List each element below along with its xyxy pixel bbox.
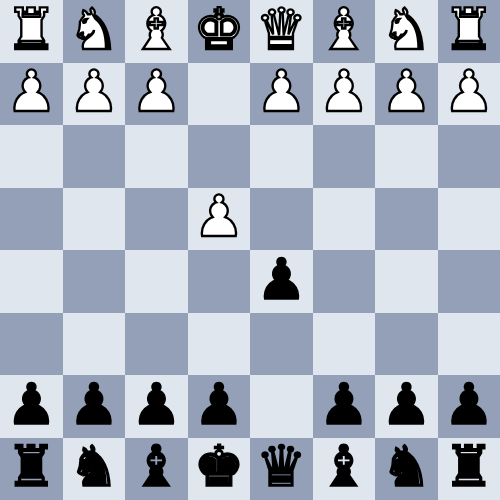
square-h6[interactable] xyxy=(0,313,63,376)
square-e5[interactable] xyxy=(188,250,251,313)
square-h4[interactable] xyxy=(0,188,63,251)
white-king: ♚ xyxy=(193,1,244,58)
black-rook: ♜ xyxy=(443,438,494,495)
square-a1[interactable]: ♜ xyxy=(438,0,500,63)
black-pawn: ♟ xyxy=(131,376,182,433)
square-e2[interactable] xyxy=(188,63,251,126)
square-d4[interactable] xyxy=(250,188,313,251)
white-pawn: ♟ xyxy=(318,63,369,120)
square-h1[interactable]: ♜ xyxy=(0,0,63,63)
square-f6[interactable] xyxy=(125,313,188,376)
square-a3[interactable] xyxy=(438,125,500,188)
square-f2[interactable]: ♟ xyxy=(125,63,188,126)
square-a7[interactable]: ♟ xyxy=(438,375,500,438)
square-a2[interactable]: ♟ xyxy=(438,63,500,126)
square-h8[interactable]: ♜ xyxy=(0,438,63,500)
black-bishop: ♝ xyxy=(318,438,369,495)
square-b7[interactable]: ♟ xyxy=(375,375,438,438)
square-f7[interactable]: ♟ xyxy=(125,375,188,438)
square-e3[interactable] xyxy=(188,125,251,188)
square-g7[interactable]: ♟ xyxy=(63,375,126,438)
white-rook: ♜ xyxy=(6,1,57,58)
square-e7[interactable]: ♟ xyxy=(188,375,251,438)
square-c4[interactable] xyxy=(313,188,376,251)
square-e6[interactable] xyxy=(188,313,251,376)
black-pawn: ♟ xyxy=(6,376,57,433)
black-rook: ♜ xyxy=(6,438,57,495)
white-pawn: ♟ xyxy=(193,188,244,245)
square-c2[interactable]: ♟ xyxy=(313,63,376,126)
black-pawn: ♟ xyxy=(318,376,369,433)
square-b6[interactable] xyxy=(375,313,438,376)
black-knight: ♞ xyxy=(68,438,119,495)
square-b1[interactable]: ♞ xyxy=(375,0,438,63)
white-knight: ♞ xyxy=(68,1,119,58)
square-f3[interactable] xyxy=(125,125,188,188)
black-bishop: ♝ xyxy=(131,438,182,495)
square-h7[interactable]: ♟ xyxy=(0,375,63,438)
black-knight: ♞ xyxy=(381,438,432,495)
white-pawn: ♟ xyxy=(256,63,307,120)
white-queen: ♛ xyxy=(256,1,307,58)
square-b8[interactable]: ♞ xyxy=(375,438,438,500)
white-pawn: ♟ xyxy=(131,63,182,120)
square-h3[interactable] xyxy=(0,125,63,188)
square-b2[interactable]: ♟ xyxy=(375,63,438,126)
black-king: ♚ xyxy=(193,438,244,495)
square-c1[interactable]: ♝ xyxy=(313,0,376,63)
white-rook: ♜ xyxy=(443,1,494,58)
square-c7[interactable]: ♟ xyxy=(313,375,376,438)
black-pawn: ♟ xyxy=(381,376,432,433)
square-g5[interactable] xyxy=(63,250,126,313)
square-b4[interactable] xyxy=(375,188,438,251)
square-a8[interactable]: ♜ xyxy=(438,438,500,500)
square-d3[interactable] xyxy=(250,125,313,188)
white-pawn: ♟ xyxy=(6,63,57,120)
square-c8[interactable]: ♝ xyxy=(313,438,376,500)
square-c6[interactable] xyxy=(313,313,376,376)
chess-board: ♜♞♝♚♛♝♞♜♟♟♟♟♟♟♟♟♟♟♟♟♟♟♟♟♜♞♝♚♛♝♞♜ xyxy=(0,0,500,500)
square-e1[interactable]: ♚ xyxy=(188,0,251,63)
square-g6[interactable] xyxy=(63,313,126,376)
black-pawn: ♟ xyxy=(68,376,119,433)
white-pawn: ♟ xyxy=(68,63,119,120)
square-b3[interactable] xyxy=(375,125,438,188)
square-f8[interactable]: ♝ xyxy=(125,438,188,500)
square-d2[interactable]: ♟ xyxy=(250,63,313,126)
square-g4[interactable] xyxy=(63,188,126,251)
square-h5[interactable] xyxy=(0,250,63,313)
square-e8[interactable]: ♚ xyxy=(188,438,251,500)
square-f4[interactable] xyxy=(125,188,188,251)
white-pawn: ♟ xyxy=(381,63,432,120)
square-g1[interactable]: ♞ xyxy=(63,0,126,63)
white-pawn: ♟ xyxy=(443,63,494,120)
square-g3[interactable] xyxy=(63,125,126,188)
square-g2[interactable]: ♟ xyxy=(63,63,126,126)
square-d7[interactable] xyxy=(250,375,313,438)
black-queen: ♛ xyxy=(256,438,307,495)
square-d6[interactable] xyxy=(250,313,313,376)
square-a5[interactable] xyxy=(438,250,500,313)
black-pawn: ♟ xyxy=(256,251,307,308)
square-c3[interactable] xyxy=(313,125,376,188)
square-d8[interactable]: ♛ xyxy=(250,438,313,500)
square-g8[interactable]: ♞ xyxy=(63,438,126,500)
white-knight: ♞ xyxy=(381,1,432,58)
black-pawn: ♟ xyxy=(443,376,494,433)
square-a6[interactable] xyxy=(438,313,500,376)
square-f1[interactable]: ♝ xyxy=(125,0,188,63)
white-bishop: ♝ xyxy=(131,1,182,58)
square-d5[interactable]: ♟ xyxy=(250,250,313,313)
square-h2[interactable]: ♟ xyxy=(0,63,63,126)
square-e4[interactable]: ♟ xyxy=(188,188,251,251)
square-b5[interactable] xyxy=(375,250,438,313)
square-a4[interactable] xyxy=(438,188,500,251)
white-bishop: ♝ xyxy=(318,1,369,58)
square-f5[interactable] xyxy=(125,250,188,313)
square-d1[interactable]: ♛ xyxy=(250,0,313,63)
black-pawn: ♟ xyxy=(193,376,244,433)
square-c5[interactable] xyxy=(313,250,376,313)
